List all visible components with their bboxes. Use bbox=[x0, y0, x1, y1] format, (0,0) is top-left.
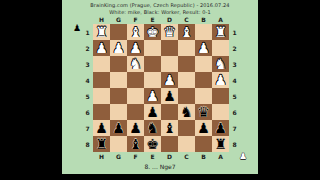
square-e3 bbox=[144, 56, 161, 72]
square-h8: ♜ bbox=[93, 136, 110, 152]
square-e2 bbox=[144, 40, 161, 56]
black-rook-a8: ♜ bbox=[214, 137, 227, 151]
square-g2: ♟ bbox=[110, 40, 127, 56]
black-knight-c6: ♞ bbox=[180, 105, 193, 119]
black-queen-b6: ♛ bbox=[197, 105, 210, 119]
file-label-a: A bbox=[212, 16, 229, 23]
file-label-f: F bbox=[127, 153, 144, 160]
square-h5 bbox=[93, 88, 110, 104]
square-d8 bbox=[161, 136, 178, 152]
white-pawn-f2: ♟ bbox=[129, 41, 142, 55]
square-h7: ♟ bbox=[93, 120, 110, 136]
square-a3: ♞ bbox=[212, 56, 229, 72]
square-c4 bbox=[178, 72, 195, 88]
square-c6: ♞ bbox=[178, 104, 195, 120]
square-g6 bbox=[110, 104, 127, 120]
file-label-h: H bbox=[93, 153, 110, 160]
square-g3 bbox=[110, 56, 127, 72]
square-f7: ♟ bbox=[127, 120, 144, 136]
chess-board: ♜♝♚♛♝♜♟♟♟♟♞♞♟♟♟♟♟♞♛♟♟♟♞♝♟♟♜♝♚♜ bbox=[93, 24, 229, 152]
white-bishop-f1: ♝ bbox=[129, 25, 142, 39]
file-label-f: F bbox=[127, 16, 144, 23]
black-pawn-g7: ♟ bbox=[112, 121, 125, 135]
square-f6 bbox=[127, 104, 144, 120]
square-h6 bbox=[93, 104, 110, 120]
square-b3 bbox=[195, 56, 212, 72]
square-f1: ♝ bbox=[127, 24, 144, 40]
square-h3 bbox=[93, 56, 110, 72]
rank-label-3: 3 bbox=[230, 56, 239, 72]
rank-label-5: 5 bbox=[83, 88, 92, 104]
file-label-g: G bbox=[110, 16, 127, 23]
square-a2 bbox=[212, 40, 229, 56]
black-pawn-e6: ♟ bbox=[146, 105, 159, 119]
square-b5 bbox=[195, 88, 212, 104]
square-a8: ♜ bbox=[212, 136, 229, 152]
square-e1: ♚ bbox=[144, 24, 161, 40]
players-line: White: mike, Black: Worker, Result: 0-1 bbox=[62, 9, 258, 16]
square-c3 bbox=[178, 56, 195, 72]
file-label-e: E bbox=[144, 16, 161, 23]
square-d2 bbox=[161, 40, 178, 56]
rank-labels-right: 12345678 bbox=[230, 24, 239, 152]
file-labels-top: HGFEDCBA bbox=[93, 16, 229, 23]
white-pawn-icon: ♟ bbox=[239, 152, 247, 161]
square-b2: ♟ bbox=[195, 40, 212, 56]
square-f2: ♟ bbox=[127, 40, 144, 56]
black-knight-e7: ♞ bbox=[146, 121, 159, 135]
square-e7: ♞ bbox=[144, 120, 161, 136]
square-a5 bbox=[212, 88, 229, 104]
square-d4: ♟ bbox=[161, 72, 178, 88]
file-label-e: E bbox=[144, 153, 161, 160]
square-g4 bbox=[110, 72, 127, 88]
black-pawn-b7: ♟ bbox=[197, 121, 210, 135]
white-pawn-a4: ♟ bbox=[214, 73, 227, 87]
square-h1: ♜ bbox=[93, 24, 110, 40]
square-c1: ♝ bbox=[178, 24, 195, 40]
game-header: BrainKing.com (Prague, Czech Republic) -… bbox=[62, 2, 258, 16]
file-label-b: B bbox=[195, 153, 212, 160]
event-line: BrainKing.com (Prague, Czech Republic) -… bbox=[62, 2, 258, 9]
square-d5: ♟ bbox=[161, 88, 178, 104]
rank-label-8: 8 bbox=[230, 136, 239, 152]
white-knight-f3: ♞ bbox=[129, 57, 142, 71]
screenshot-stage: BrainKing.com (Prague, Czech Republic) -… bbox=[0, 0, 320, 180]
white-knight-a3: ♞ bbox=[214, 57, 227, 71]
square-a6 bbox=[212, 104, 229, 120]
square-g7: ♟ bbox=[110, 120, 127, 136]
diagram-panel: BrainKing.com (Prague, Czech Republic) -… bbox=[62, 0, 258, 174]
square-e8: ♚ bbox=[144, 136, 161, 152]
square-d1: ♛ bbox=[161, 24, 178, 40]
white-pawn-d4: ♟ bbox=[163, 73, 176, 87]
black-bishop-d7: ♝ bbox=[163, 121, 176, 135]
rank-label-8: 8 bbox=[83, 136, 92, 152]
square-e6: ♟ bbox=[144, 104, 161, 120]
rank-label-1: 1 bbox=[230, 24, 239, 40]
file-label-d: D bbox=[161, 153, 178, 160]
square-b1 bbox=[195, 24, 212, 40]
square-h4 bbox=[93, 72, 110, 88]
square-b4 bbox=[195, 72, 212, 88]
square-a4: ♟ bbox=[212, 72, 229, 88]
white-rook-h1: ♜ bbox=[95, 25, 108, 39]
rank-label-3: 3 bbox=[83, 56, 92, 72]
file-label-c: C bbox=[178, 16, 195, 23]
rank-label-6: 6 bbox=[83, 104, 92, 120]
square-f8: ♝ bbox=[127, 136, 144, 152]
rank-label-7: 7 bbox=[230, 120, 239, 136]
white-king-e1: ♚ bbox=[146, 25, 159, 39]
file-label-a: A bbox=[212, 153, 229, 160]
white-pawn-h2: ♟ bbox=[95, 41, 108, 55]
square-h2: ♟ bbox=[93, 40, 110, 56]
rank-label-7: 7 bbox=[83, 120, 92, 136]
square-c8 bbox=[178, 136, 195, 152]
rank-label-4: 4 bbox=[230, 72, 239, 88]
file-labels-bottom: HGFEDCBA bbox=[93, 153, 229, 160]
black-pawn-icon: ♟ bbox=[73, 24, 81, 33]
rank-label-5: 5 bbox=[230, 88, 239, 104]
black-bishop-f8: ♝ bbox=[129, 137, 142, 151]
square-d3 bbox=[161, 56, 178, 72]
square-c5 bbox=[178, 88, 195, 104]
white-pawn-b2: ♟ bbox=[197, 41, 210, 55]
rank-labels-left: 12345678 bbox=[83, 24, 92, 152]
white-bishop-c1: ♝ bbox=[180, 25, 193, 39]
rank-label-6: 6 bbox=[230, 104, 239, 120]
black-rook-h8: ♜ bbox=[95, 137, 108, 151]
file-label-b: B bbox=[195, 16, 212, 23]
square-c7 bbox=[178, 120, 195, 136]
square-f4 bbox=[127, 72, 144, 88]
rank-label-1: 1 bbox=[83, 24, 92, 40]
square-g8 bbox=[110, 136, 127, 152]
file-label-c: C bbox=[178, 153, 195, 160]
white-queen-d1: ♛ bbox=[163, 25, 176, 39]
square-c2 bbox=[178, 40, 195, 56]
white-pawn-e5: ♟ bbox=[146, 89, 159, 103]
move-caption: 8. ... Nge7 bbox=[62, 163, 258, 170]
square-a7: ♟ bbox=[212, 120, 229, 136]
square-f3: ♞ bbox=[127, 56, 144, 72]
white-rook-a1: ♜ bbox=[214, 25, 227, 39]
white-pawn-g2: ♟ bbox=[112, 41, 125, 55]
black-pawn-d5: ♟ bbox=[163, 89, 176, 103]
square-g5 bbox=[110, 88, 127, 104]
file-label-g: G bbox=[110, 153, 127, 160]
square-b8 bbox=[195, 136, 212, 152]
black-pawn-f7: ♟ bbox=[129, 121, 142, 135]
square-b7: ♟ bbox=[195, 120, 212, 136]
black-pawn-h7: ♟ bbox=[95, 121, 108, 135]
square-b6: ♛ bbox=[195, 104, 212, 120]
square-e4 bbox=[144, 72, 161, 88]
file-label-h: H bbox=[93, 16, 110, 23]
square-e5: ♟ bbox=[144, 88, 161, 104]
square-a1: ♜ bbox=[212, 24, 229, 40]
square-f5 bbox=[127, 88, 144, 104]
rank-label-2: 2 bbox=[83, 40, 92, 56]
square-d7: ♝ bbox=[161, 120, 178, 136]
file-label-d: D bbox=[161, 16, 178, 23]
black-pawn-a7: ♟ bbox=[214, 121, 227, 135]
rank-label-2: 2 bbox=[230, 40, 239, 56]
rank-label-4: 4 bbox=[83, 72, 92, 88]
square-d6 bbox=[161, 104, 178, 120]
square-g1 bbox=[110, 24, 127, 40]
black-king-e8: ♚ bbox=[146, 137, 159, 151]
